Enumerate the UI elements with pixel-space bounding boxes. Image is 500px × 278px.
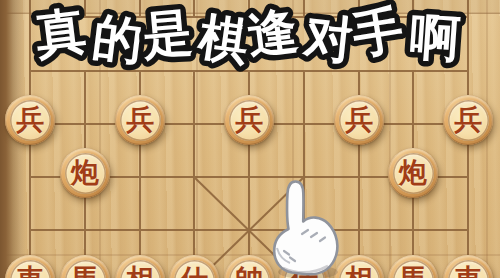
piece-glyph: 車 xyxy=(443,255,493,278)
piece-glyph: 兵 xyxy=(334,95,384,145)
piece-horse-f7r9[interactable]: 馬 xyxy=(388,255,438,278)
piece-cannon-f1r7[interactable]: 炮 xyxy=(60,148,110,198)
piece-glyph: 炮 xyxy=(388,148,438,198)
piece-soldier-f4r6[interactable]: 兵 xyxy=(224,95,274,145)
piece-advisor-f5r9[interactable]: 仕 xyxy=(279,255,329,278)
title-banner: 真的是棋逢对手啊 xyxy=(0,0,500,80)
piece-glyph: 兵 xyxy=(443,95,493,145)
piece-glyph: 帥 xyxy=(224,255,274,278)
piece-chariot-f0r9[interactable]: 車 xyxy=(5,255,55,278)
piece-chariot-f8r9[interactable]: 車 xyxy=(443,255,493,278)
piece-glyph: 仕 xyxy=(279,255,329,278)
piece-general-f4r9[interactable]: 帥 xyxy=(224,255,274,278)
piece-horse-f1r9[interactable]: 馬 xyxy=(60,255,110,278)
piece-glyph: 仕 xyxy=(169,255,219,278)
piece-elephant-f6r9[interactable]: 相 xyxy=(334,255,384,278)
piece-glyph: 馬 xyxy=(60,255,110,278)
game-screen: 兵兵兵兵兵炮炮車馬相仕帥仕相馬車 真的是棋逢对手啊 xyxy=(0,0,500,278)
piece-glyph: 馬 xyxy=(388,255,438,278)
piece-advisor-f3r9[interactable]: 仕 xyxy=(169,255,219,278)
title-text: 真的是棋逢对手啊 xyxy=(31,0,465,72)
piece-cannon-f7r7[interactable]: 炮 xyxy=(388,148,438,198)
piece-glyph: 兵 xyxy=(5,95,55,145)
piece-glyph: 相 xyxy=(334,255,384,278)
piece-glyph: 兵 xyxy=(224,95,274,145)
piece-soldier-f0r6[interactable]: 兵 xyxy=(5,95,55,145)
piece-soldier-f2r6[interactable]: 兵 xyxy=(115,95,165,145)
piece-soldier-f6r6[interactable]: 兵 xyxy=(334,95,384,145)
piece-glyph: 兵 xyxy=(115,95,165,145)
piece-glyph: 車 xyxy=(5,255,55,278)
piece-glyph: 相 xyxy=(115,255,165,278)
piece-soldier-f8r6[interactable]: 兵 xyxy=(443,95,493,145)
piece-glyph: 炮 xyxy=(60,148,110,198)
piece-elephant-f2r9[interactable]: 相 xyxy=(115,255,165,278)
